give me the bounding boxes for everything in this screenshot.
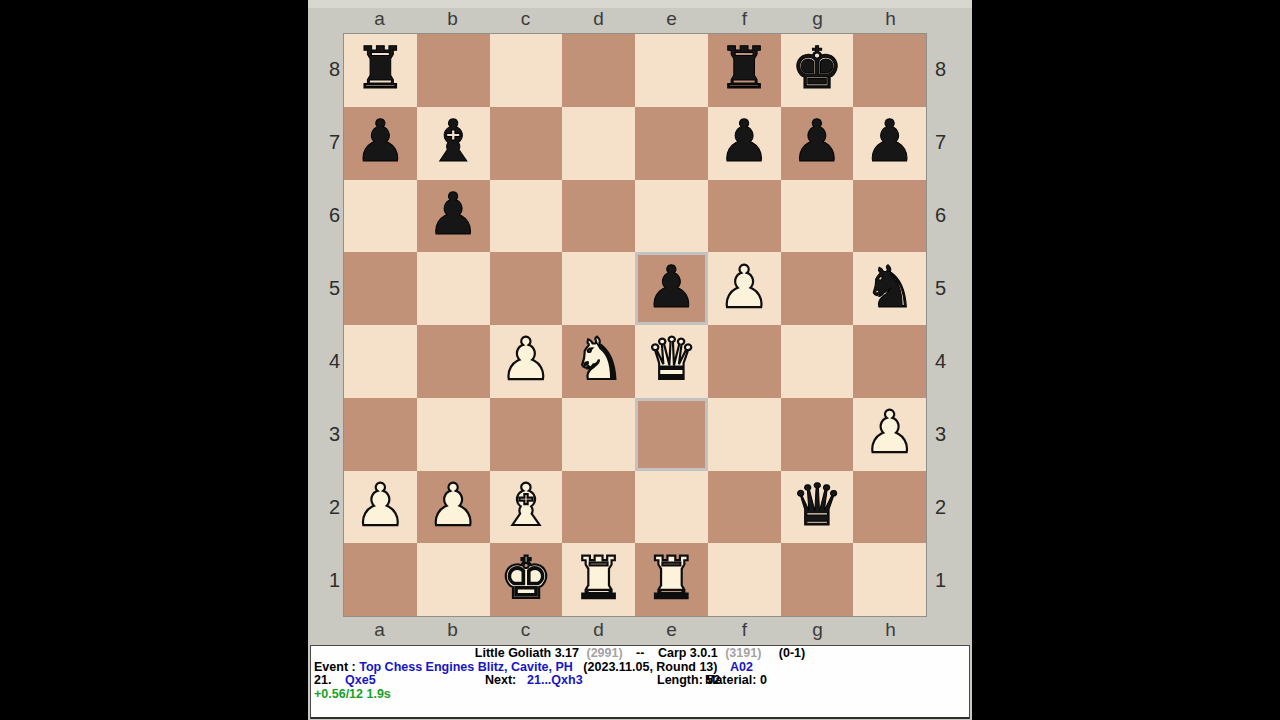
black-player-name: Carp 3.0.1 bbox=[658, 646, 718, 660]
piece-white-king: ♚ bbox=[500, 549, 552, 607]
square-g3[interactable] bbox=[781, 398, 854, 471]
square-e2[interactable] bbox=[635, 471, 708, 544]
chess-board: ♜♜♚♟♝♟♟♟♟♟♟♞♟♞♛♟♟♟♝♛♚♜♜ bbox=[343, 33, 927, 617]
white-player-rating: (2991) bbox=[586, 646, 622, 660]
square-d2[interactable] bbox=[562, 471, 635, 544]
square-b1[interactable] bbox=[417, 543, 490, 616]
square-g6[interactable] bbox=[781, 180, 854, 253]
square-c2[interactable]: ♝ bbox=[490, 471, 563, 544]
material-group: Material: 0 bbox=[705, 674, 767, 688]
square-g7[interactable]: ♟ bbox=[781, 107, 854, 180]
square-c5[interactable] bbox=[490, 252, 563, 325]
square-h3[interactable]: ♟ bbox=[853, 398, 926, 471]
square-b8[interactable] bbox=[417, 34, 490, 107]
piece-white-pawn: ♟ bbox=[500, 330, 552, 388]
piece-black-pawn: ♟ bbox=[354, 112, 406, 170]
square-f2[interactable] bbox=[708, 471, 781, 544]
piece-black-pawn: ♟ bbox=[427, 185, 479, 243]
square-a8[interactable]: ♜ bbox=[344, 34, 417, 107]
square-e7[interactable] bbox=[635, 107, 708, 180]
square-e5[interactable]: ♟ bbox=[635, 252, 708, 325]
piece-black-pawn: ♟ bbox=[645, 258, 697, 316]
square-d8[interactable] bbox=[562, 34, 635, 107]
rank-label-1-right: 1 bbox=[935, 544, 959, 617]
file-label-e-bottom: e bbox=[635, 619, 708, 641]
square-d3[interactable] bbox=[562, 398, 635, 471]
square-g4[interactable] bbox=[781, 325, 854, 398]
rank-label-5-right: 5 bbox=[935, 252, 959, 325]
square-c8[interactable] bbox=[490, 34, 563, 107]
piece-black-king: ♚ bbox=[791, 39, 843, 97]
rank-label-2-right: 2 bbox=[935, 471, 959, 544]
square-a6[interactable] bbox=[344, 180, 417, 253]
square-e1[interactable]: ♜ bbox=[635, 543, 708, 616]
square-d7[interactable] bbox=[562, 107, 635, 180]
material-label: Material: bbox=[705, 673, 756, 687]
event-details: (2023.11.05, Round 13) bbox=[583, 660, 717, 674]
square-a5[interactable] bbox=[344, 252, 417, 325]
next-move-group: Next:21...Qxh3 bbox=[485, 674, 583, 688]
piece-white-pawn: ♟ bbox=[427, 476, 479, 534]
square-g8[interactable]: ♚ bbox=[781, 34, 854, 107]
file-label-g-top: g bbox=[781, 8, 854, 30]
square-g5[interactable] bbox=[781, 252, 854, 325]
square-f7[interactable]: ♟ bbox=[708, 107, 781, 180]
white-player-name: Little Goliath 3.17 bbox=[475, 646, 579, 660]
rank-label-6-right: 6 bbox=[935, 179, 959, 252]
square-h5[interactable]: ♞ bbox=[853, 252, 926, 325]
game-info-panel: Little Goliath 3.17 (2991) -- Carp 3.0.1… bbox=[310, 645, 970, 719]
square-b6[interactable]: ♟ bbox=[417, 180, 490, 253]
file-label-h-bottom: h bbox=[854, 619, 927, 641]
square-g2[interactable]: ♛ bbox=[781, 471, 854, 544]
square-e3[interactable] bbox=[635, 398, 708, 471]
square-f1[interactable] bbox=[708, 543, 781, 616]
rank-label-7-left: 7 bbox=[316, 106, 340, 179]
file-label-b-top: b bbox=[416, 8, 489, 30]
rank-label-3-left: 3 bbox=[316, 398, 340, 471]
file-label-c-bottom: c bbox=[489, 619, 562, 641]
square-c7[interactable] bbox=[490, 107, 563, 180]
square-f5[interactable]: ♟ bbox=[708, 252, 781, 325]
event-label: Event : bbox=[314, 660, 356, 674]
file-label-g-bottom: g bbox=[781, 619, 854, 641]
window-top-strip bbox=[308, 0, 972, 8]
file-label-d-top: d bbox=[562, 8, 635, 30]
length-label: Length: bbox=[657, 673, 703, 687]
current-move-group: 21.Qxe5 bbox=[314, 674, 376, 688]
square-f8[interactable]: ♜ bbox=[708, 34, 781, 107]
square-b2[interactable]: ♟ bbox=[417, 471, 490, 544]
rank-labels-right: 87654321 bbox=[935, 33, 959, 617]
square-b5[interactable] bbox=[417, 252, 490, 325]
rank-label-3-right: 3 bbox=[935, 398, 959, 471]
square-e8[interactable] bbox=[635, 34, 708, 107]
file-label-a-top: a bbox=[343, 8, 416, 30]
move-line: 21.Qxe5 Next:21...Qxh3 Length: 52 Materi… bbox=[311, 674, 969, 688]
video-frame: abcdefgh 87654321 ♜♜♚♟♝♟♟♟♟♟♟♞♟♞♛♟♟♟♝♛♚♜… bbox=[0, 0, 1280, 720]
square-a4[interactable] bbox=[344, 325, 417, 398]
file-label-b-bottom: b bbox=[416, 619, 489, 641]
rank-labels-left: 87654321 bbox=[316, 33, 340, 617]
square-h2[interactable] bbox=[853, 471, 926, 544]
rank-label-4-left: 4 bbox=[316, 325, 340, 398]
piece-black-pawn: ♟ bbox=[718, 112, 770, 170]
event-line: Event : Top Chess Engines Blitz, Cavite,… bbox=[311, 661, 969, 675]
chess-gui-window: abcdefgh 87654321 ♜♜♚♟♝♟♟♟♟♟♟♞♟♞♛♟♟♟♝♛♚♜… bbox=[308, 0, 972, 720]
square-h7[interactable]: ♟ bbox=[853, 107, 926, 180]
square-b4[interactable] bbox=[417, 325, 490, 398]
rank-label-6-left: 6 bbox=[316, 179, 340, 252]
piece-white-rook: ♜ bbox=[573, 549, 625, 607]
square-a2[interactable]: ♟ bbox=[344, 471, 417, 544]
piece-white-knight: ♞ bbox=[573, 330, 625, 388]
file-label-d-bottom: d bbox=[562, 619, 635, 641]
rank-label-1-left: 1 bbox=[316, 544, 340, 617]
event-name: Top Chess Engines Blitz, Cavite, PH bbox=[359, 660, 573, 674]
file-labels-bottom: abcdefgh bbox=[343, 619, 927, 641]
square-a3[interactable] bbox=[344, 398, 417, 471]
piece-black-pawn: ♟ bbox=[864, 112, 916, 170]
square-d5[interactable] bbox=[562, 252, 635, 325]
rank-label-2-left: 2 bbox=[316, 471, 340, 544]
piece-black-pawn: ♟ bbox=[791, 112, 843, 170]
square-b7[interactable]: ♝ bbox=[417, 107, 490, 180]
eco-code: A02 bbox=[730, 660, 753, 674]
piece-black-bishop: ♝ bbox=[427, 112, 479, 170]
players-line: Little Goliath 3.17 (2991) -- Carp 3.0.1… bbox=[311, 647, 969, 661]
rank-label-4-right: 4 bbox=[935, 325, 959, 398]
file-labels-top: abcdefgh bbox=[343, 8, 927, 30]
square-c1[interactable]: ♚ bbox=[490, 543, 563, 616]
square-a1[interactable] bbox=[344, 543, 417, 616]
players-separator: -- bbox=[636, 646, 644, 660]
square-d6[interactable] bbox=[562, 180, 635, 253]
game-result: (0-1) bbox=[779, 646, 805, 660]
piece-white-rook: ♜ bbox=[645, 549, 697, 607]
piece-white-pawn: ♟ bbox=[354, 476, 406, 534]
piece-white-queen: ♛ bbox=[645, 330, 697, 388]
material-value: 0 bbox=[760, 673, 767, 687]
piece-black-knight: ♞ bbox=[864, 258, 916, 316]
file-label-a-bottom: a bbox=[343, 619, 416, 641]
square-a7[interactable]: ♟ bbox=[344, 107, 417, 180]
rank-label-5-left: 5 bbox=[316, 252, 340, 325]
current-move: Qxe5 bbox=[345, 673, 376, 687]
square-g1[interactable] bbox=[781, 543, 854, 616]
square-h6[interactable] bbox=[853, 180, 926, 253]
square-d1[interactable]: ♜ bbox=[562, 543, 635, 616]
rank-label-8-right: 8 bbox=[935, 33, 959, 106]
rank-label-8-left: 8 bbox=[316, 33, 340, 106]
square-f6[interactable] bbox=[708, 180, 781, 253]
piece-white-bishop: ♝ bbox=[500, 476, 552, 534]
file-label-c-top: c bbox=[489, 8, 562, 30]
file-label-e-top: e bbox=[635, 8, 708, 30]
next-label: Next: bbox=[485, 674, 527, 688]
piece-black-rook: ♜ bbox=[718, 39, 770, 97]
square-h8[interactable] bbox=[853, 34, 926, 107]
square-h1[interactable] bbox=[853, 543, 926, 616]
file-label-f-bottom: f bbox=[708, 619, 781, 641]
square-b3[interactable] bbox=[417, 398, 490, 471]
square-c3[interactable] bbox=[490, 398, 563, 471]
square-e6[interactable] bbox=[635, 180, 708, 253]
next-move: 21...Qxh3 bbox=[527, 673, 583, 687]
file-label-h-top: h bbox=[854, 8, 927, 30]
move-number: 21. bbox=[314, 674, 345, 688]
square-e4[interactable]: ♛ bbox=[635, 325, 708, 398]
piece-white-pawn: ♟ bbox=[864, 403, 916, 461]
square-h4[interactable] bbox=[853, 325, 926, 398]
square-f4[interactable] bbox=[708, 325, 781, 398]
square-c4[interactable]: ♟ bbox=[490, 325, 563, 398]
engine-eval-line: +0.56/12 1.9s bbox=[311, 688, 969, 702]
rank-label-7-right: 7 bbox=[935, 106, 959, 179]
square-f3[interactable] bbox=[708, 398, 781, 471]
square-c6[interactable] bbox=[490, 180, 563, 253]
square-d4[interactable]: ♞ bbox=[562, 325, 635, 398]
piece-black-rook: ♜ bbox=[354, 39, 406, 97]
black-player-rating: (3191) bbox=[725, 646, 761, 660]
piece-white-pawn: ♟ bbox=[718, 258, 770, 316]
file-label-f-top: f bbox=[708, 8, 781, 30]
piece-black-queen: ♛ bbox=[791, 476, 843, 534]
